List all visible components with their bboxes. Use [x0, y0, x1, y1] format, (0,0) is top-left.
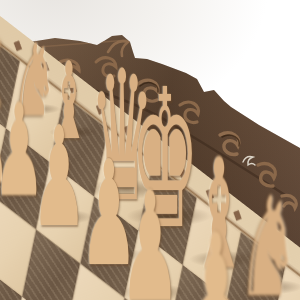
piece-white-pawn-e2[interactable]: ♟ [119, 172, 180, 300]
piece-white-pawn-f2[interactable]: ♟ [184, 213, 249, 300]
pieces-layer: ♜♞♝♛♚♝♞♟♟♟♟♟♟ [0, 0, 300, 300]
chess-set-photo: ◆◆◆◆◆◆◆◆◆◆ ◆◆◆◆◆◆◆◆◆◆ ◆◆◆◆◆◆◆◆◆◆ ◆◆◆◆◆◆◆… [0, 0, 300, 300]
piece-white-pawn-c2[interactable]: ♟ [31, 109, 87, 247]
